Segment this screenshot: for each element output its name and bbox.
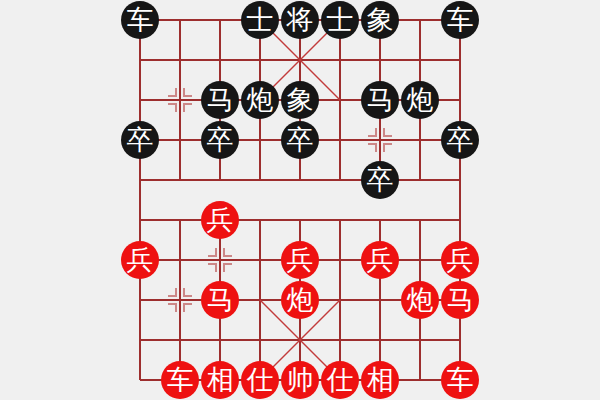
piece-red-soldier[interactable]: 兵 — [121, 241, 159, 279]
piece-red-advisor[interactable]: 仕 — [241, 361, 279, 399]
piece-black-advisor[interactable]: 士 — [321, 1, 359, 39]
piece-red-chariot[interactable]: 车 — [441, 361, 479, 399]
piece-black-chariot[interactable]: 车 — [441, 1, 479, 39]
piece-black-general[interactable]: 将 — [281, 1, 319, 39]
point-marker — [168, 288, 176, 296]
piece-red-elephant[interactable]: 相 — [201, 361, 239, 399]
point-marker — [208, 248, 216, 256]
piece-red-soldier[interactable]: 兵 — [281, 241, 319, 279]
point-marker — [168, 104, 176, 112]
point-marker — [368, 144, 376, 152]
piece-red-soldier[interactable]: 兵 — [201, 201, 239, 239]
piece-black-cannon[interactable]: 炮 — [241, 81, 279, 119]
piece-black-horse[interactable]: 马 — [201, 81, 239, 119]
point-marker — [168, 88, 176, 96]
point-marker — [384, 128, 392, 136]
piece-black-advisor[interactable]: 士 — [241, 1, 279, 39]
piece-red-advisor[interactable]: 仕 — [321, 361, 359, 399]
point-marker — [168, 304, 176, 312]
point-marker — [184, 304, 192, 312]
piece-black-soldier[interactable]: 卒 — [361, 161, 399, 199]
piece-black-horse[interactable]: 马 — [361, 81, 399, 119]
piece-red-horse[interactable]: 马 — [441, 281, 479, 319]
piece-red-chariot[interactable]: 车 — [161, 361, 199, 399]
piece-black-soldier[interactable]: 卒 — [441, 121, 479, 159]
piece-black-soldier[interactable]: 卒 — [121, 121, 159, 159]
point-marker — [224, 248, 232, 256]
piece-black-elephant[interactable]: 象 — [361, 1, 399, 39]
point-marker — [184, 104, 192, 112]
piece-red-elephant[interactable]: 相 — [361, 361, 399, 399]
point-marker — [224, 264, 232, 272]
point-marker — [184, 288, 192, 296]
piece-red-soldier[interactable]: 兵 — [361, 241, 399, 279]
piece-black-soldier[interactable]: 卒 — [201, 121, 239, 159]
point-marker — [368, 128, 376, 136]
point-marker — [384, 144, 392, 152]
piece-black-chariot[interactable]: 车 — [121, 1, 159, 39]
piece-black-cannon[interactable]: 炮 — [401, 81, 439, 119]
point-marker — [184, 88, 192, 96]
piece-red-general[interactable]: 帅 — [281, 361, 319, 399]
point-marker — [208, 264, 216, 272]
xiangqi-board[interactable]: 车士将士象车马炮象马炮卒卒卒卒卒兵兵兵兵兵马炮炮马车相仕帅仕相车 — [0, 0, 600, 400]
piece-red-horse[interactable]: 马 — [201, 281, 239, 319]
piece-red-cannon[interactable]: 炮 — [281, 281, 319, 319]
piece-black-soldier[interactable]: 卒 — [281, 121, 319, 159]
board-grid — [0, 0, 600, 400]
piece-black-elephant[interactable]: 象 — [281, 81, 319, 119]
piece-red-cannon[interactable]: 炮 — [401, 281, 439, 319]
piece-red-soldier[interactable]: 兵 — [441, 241, 479, 279]
